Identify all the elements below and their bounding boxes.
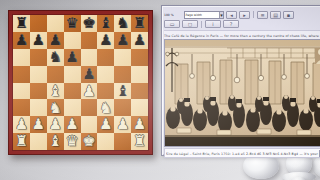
square-e3[interactable] [81, 99, 98, 116]
black-queen[interactable]: ♛ [66, 16, 79, 31]
zoom-combobox[interactable]: Page width ▾ [184, 11, 224, 19]
square-f3[interactable]: ♞ [97, 99, 114, 116]
square-e8[interactable]: ♚ [81, 15, 98, 32]
toolbar-row-2: ▭◻i? [164, 20, 320, 28]
black-bishop[interactable]: ♝ [99, 16, 112, 31]
square-c4[interactable]: ♝ [47, 83, 64, 100]
square-a7[interactable]: ♟ [13, 32, 30, 49]
square-c8[interactable] [47, 15, 64, 32]
square-d5[interactable] [64, 66, 81, 83]
toolbar-separator [201, 21, 202, 28]
square-d8[interactable]: ♛ [64, 15, 81, 32]
black-pawn[interactable]: ♟ [49, 33, 62, 48]
square-c3[interactable]: ♞ [47, 99, 64, 116]
square-e6[interactable] [81, 49, 98, 66]
toolbar-row-1: 100 % Page width ▾ ◂▸≡▤▪ [164, 10, 320, 19]
square-c1[interactable]: ♝ [47, 133, 64, 150]
square-h2[interactable]: ♟ [131, 116, 148, 133]
white-pawn[interactable]: ♟ [133, 117, 146, 132]
square-b6[interactable] [30, 49, 47, 66]
desktop: ♜♛♚♝♞♜♟♟♟♟♟♟♞♟♟♝♟♝♞♞♟♟♟♟♟♟♟♜♝♛♚♜ 100 % P… [0, 0, 320, 180]
square-d2[interactable]: ♟ [64, 116, 81, 133]
square-h5[interactable] [131, 66, 148, 83]
square-b2[interactable]: ♟ [30, 116, 47, 133]
square-e2[interactable] [81, 116, 98, 133]
square-h6[interactable] [131, 49, 148, 66]
square-g3[interactable] [114, 99, 131, 116]
square-d1[interactable]: ♛ [64, 133, 81, 150]
square-b5[interactable] [30, 66, 47, 83]
square-f1[interactable] [97, 133, 114, 150]
back-button[interactable]: ◂ [226, 11, 237, 19]
toolbar-separator [253, 11, 254, 18]
square-b7[interactable]: ♟ [30, 32, 47, 49]
forward-button[interactable]: ▸ [239, 11, 250, 19]
viewer-window: 100 % Page width ▾ ◂▸≡▤▪ ▭◻i? The Café d… [161, 5, 320, 156]
black-king[interactable]: ♚ [82, 16, 95, 31]
square-b8[interactable] [30, 15, 47, 32]
square-g8[interactable]: ♞ [114, 15, 131, 32]
square-h1[interactable]: ♜ [131, 133, 148, 150]
square-a1[interactable]: ♜ [13, 133, 30, 150]
square-f6[interactable] [97, 49, 114, 66]
square-e5[interactable]: ♟ [81, 66, 98, 83]
square-f8[interactable]: ♝ [97, 15, 114, 32]
help-button[interactable]: ? [223, 20, 239, 28]
white-rook[interactable]: ♜ [133, 134, 146, 149]
square-g1[interactable] [114, 133, 131, 150]
white-pawn[interactable]: ♟ [116, 117, 129, 132]
square-g5[interactable] [114, 66, 131, 83]
white-pawn[interactable]: ♟ [15, 117, 28, 132]
square-f7[interactable]: ♟ [97, 32, 114, 49]
zoom-level-label: 100 % [164, 13, 173, 17]
white-bishop[interactable]: ♝ [49, 83, 62, 98]
square-d7[interactable] [64, 32, 81, 49]
square-f4[interactable] [97, 83, 114, 100]
black-rook[interactable]: ♜ [15, 16, 28, 31]
white-rook[interactable]: ♜ [15, 134, 28, 149]
square-d6[interactable]: ♟ [64, 49, 81, 66]
black-rook[interactable]: ♜ [133, 16, 146, 31]
square-b3[interactable] [30, 99, 47, 116]
white-pawn[interactable]: ♟ [32, 117, 45, 132]
square-h4[interactable] [131, 83, 148, 100]
chess-board-frame: ♜♛♚♝♞♜♟♟♟♟♟♟♞♟♟♝♟♝♞♞♟♟♟♟♟♟♟♜♝♛♚♜ [8, 10, 153, 155]
black-pawn[interactable]: ♟ [116, 33, 129, 48]
square-g4[interactable]: ♝ [114, 83, 131, 100]
white-queen[interactable]: ♛ [66, 134, 79, 149]
square-g2[interactable]: ♟ [114, 116, 131, 133]
copy-button[interactable]: ▤ [270, 11, 281, 19]
black-pawn[interactable]: ♟ [32, 33, 45, 48]
white-pawn[interactable]: ♟ [66, 117, 79, 132]
white-pawn[interactable]: ♟ [49, 117, 62, 132]
black-pawn[interactable]: ♟ [15, 33, 28, 48]
black-pawn[interactable]: ♟ [99, 33, 112, 48]
square-b4[interactable] [30, 83, 47, 100]
square-f5[interactable] [97, 66, 114, 83]
white-bishop[interactable]: ♝ [49, 134, 62, 149]
square-h8[interactable]: ♜ [131, 15, 148, 32]
square-c7[interactable]: ♟ [47, 32, 64, 49]
square-e7[interactable] [81, 32, 98, 49]
black-pawn[interactable]: ♟ [133, 33, 146, 48]
white-pawn[interactable]: ♟ [82, 83, 95, 98]
square-e1[interactable]: ♚ [81, 133, 98, 150]
status-caption: Sire de Légal – Saint Brie, Paris 1750: … [164, 148, 320, 158]
square-e4[interactable]: ♟ [81, 83, 98, 100]
black-pawn[interactable]: ♟ [66, 49, 79, 64]
black-pawn[interactable]: ♟ [82, 66, 95, 81]
black-bishop[interactable]: ♝ [116, 83, 129, 98]
white-pawn[interactable]: ♟ [99, 117, 112, 132]
open-book-button[interactable]: ▭ [164, 20, 180, 28]
square-c2[interactable]: ♟ [47, 116, 64, 133]
info-button[interactable]: i [205, 20, 221, 28]
square-d4[interactable] [64, 83, 81, 100]
square-a5[interactable] [13, 66, 30, 83]
wallpaper-pawn-body [291, 177, 307, 180]
fit-page-button[interactable]: ◻ [182, 20, 198, 28]
square-c6[interactable]: ♞ [47, 49, 64, 66]
print-button[interactable]: ≡ [257, 11, 268, 19]
square-f2[interactable]: ♟ [97, 116, 114, 133]
engraving-art [165, 40, 320, 147]
cafe-de-la-regence-engraving [164, 39, 320, 147]
square-a8[interactable]: ♜ [13, 15, 30, 32]
black-knight[interactable]: ♞ [116, 16, 129, 31]
square-h3[interactable] [131, 99, 148, 116]
square-g7[interactable]: ♟ [114, 32, 131, 49]
chess-board[interactable]: ♜♛♚♝♞♜♟♟♟♟♟♟♞♟♟♝♟♝♞♞♟♟♟♟♟♟♟♜♝♛♚♜ [12, 14, 149, 151]
square-a4[interactable] [13, 83, 30, 100]
white-king[interactable]: ♚ [82, 134, 95, 149]
chevron-down-icon[interactable]: ▾ [219, 12, 223, 18]
square-b1[interactable] [30, 133, 47, 150]
square-h7[interactable]: ♟ [131, 32, 148, 49]
square-g6[interactable] [114, 49, 131, 66]
white-knight[interactable]: ♞ [49, 100, 62, 115]
square-d3[interactable] [64, 99, 81, 116]
square-a2[interactable]: ♟ [13, 116, 30, 133]
square-c5[interactable] [47, 66, 64, 83]
save-button[interactable]: ▪ [283, 11, 294, 19]
black-knight[interactable]: ♞ [49, 49, 62, 64]
white-knight[interactable]: ♞ [99, 100, 112, 115]
square-a3[interactable] [13, 99, 30, 116]
square-a6[interactable] [13, 49, 30, 66]
